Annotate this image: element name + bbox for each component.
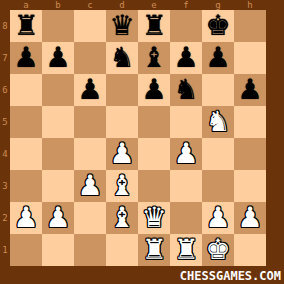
square-e1: ♜ [138,234,170,266]
rank-label-3: 3 [0,170,10,202]
square-e7: ♝ [138,42,170,74]
piece-white-rook-f1: ♜ [173,234,198,266]
square-h3 [234,170,266,202]
square-d7: ♞ [106,42,138,74]
file-label-h: h [234,0,266,10]
piece-black-pawn-e6: ♟ [141,74,166,106]
piece-black-pawn-f7: ♟ [173,42,198,74]
piece-black-pawn-g7: ♟ [205,42,230,74]
piece-white-pawn-f4: ♟ [173,138,198,170]
square-h7 [234,42,266,74]
square-g2: ♟ [202,202,234,234]
square-f4: ♟ [170,138,202,170]
square-c3: ♟ [74,170,106,202]
piece-white-pawn-h2: ♟ [237,202,262,234]
square-c4 [74,138,106,170]
square-b1 [42,234,74,266]
file-label-c: c [74,0,106,10]
file-label-g: g [202,0,234,10]
square-e2: ♛ [138,202,170,234]
piece-black-bishop-e7: ♝ [141,42,166,74]
file-label-f: f [170,0,202,10]
square-e8: ♜ [138,10,170,42]
file-label-b: b [42,0,74,10]
square-b4 [42,138,74,170]
piece-white-king-g1: ♚ [205,234,230,266]
square-f6: ♞ [170,74,202,106]
piece-black-pawn-b7: ♟ [45,42,70,74]
piece-white-pawn-b2: ♟ [45,202,70,234]
site-watermark: CHESSGAMES.COM [180,270,281,282]
piece-black-pawn-a7: ♟ [13,42,38,74]
square-b6 [42,74,74,106]
square-h2: ♟ [234,202,266,234]
piece-white-pawn-a2: ♟ [13,202,38,234]
piece-white-pawn-c3: ♟ [77,170,102,202]
square-c6: ♟ [74,74,106,106]
square-h5 [234,106,266,138]
square-h6: ♟ [234,74,266,106]
piece-black-queen-d8: ♛ [109,10,134,42]
square-c2 [74,202,106,234]
piece-white-queen-e2: ♛ [141,202,166,234]
rank-label-5: 5 [0,106,10,138]
rank-label-8: 8 [0,10,10,42]
square-g4 [202,138,234,170]
piece-black-rook-e8: ♜ [141,10,166,42]
square-d2: ♝ [106,202,138,234]
piece-black-pawn-c6: ♟ [77,74,102,106]
piece-black-knight-d7: ♞ [109,42,134,74]
square-h1 [234,234,266,266]
square-f3 [170,170,202,202]
piece-white-rook-e1: ♜ [141,234,166,266]
square-h8 [234,10,266,42]
square-f5 [170,106,202,138]
piece-white-pawn-d4: ♟ [109,138,134,170]
square-a1 [10,234,42,266]
square-b5 [42,106,74,138]
square-b8 [42,10,74,42]
file-labels-row: abcdefgh [10,0,266,10]
chess-diagram: abcdefgh 87654321 ♜♛♜♚♟♟♞♝♟♟♟♟♞♟♞♟♟♟♝♟♟♝… [0,0,284,284]
square-a5 [10,106,42,138]
square-d6 [106,74,138,106]
square-g1: ♚ [202,234,234,266]
piece-black-king-g8: ♚ [205,10,230,42]
square-b2: ♟ [42,202,74,234]
square-a4 [10,138,42,170]
square-f1: ♜ [170,234,202,266]
square-e4 [138,138,170,170]
square-a7: ♟ [10,42,42,74]
piece-black-rook-a8: ♜ [13,10,38,42]
piece-white-knight-g5: ♞ [205,106,230,138]
square-d1 [106,234,138,266]
piece-black-pawn-h6: ♟ [237,74,262,106]
square-d8: ♛ [106,10,138,42]
square-g6 [202,74,234,106]
square-a6 [10,74,42,106]
file-label-e: e [138,0,170,10]
piece-black-knight-f6: ♞ [173,74,198,106]
square-d3: ♝ [106,170,138,202]
square-a2: ♟ [10,202,42,234]
rank-label-6: 6 [0,74,10,106]
rank-label-2: 2 [0,202,10,234]
square-c7 [74,42,106,74]
rank-label-7: 7 [0,42,10,74]
square-a3 [10,170,42,202]
square-c1 [74,234,106,266]
square-e6: ♟ [138,74,170,106]
square-f7: ♟ [170,42,202,74]
square-e3 [138,170,170,202]
square-c8 [74,10,106,42]
square-b7: ♟ [42,42,74,74]
square-e5 [138,106,170,138]
square-f2 [170,202,202,234]
square-c5 [74,106,106,138]
square-g7: ♟ [202,42,234,74]
square-g3 [202,170,234,202]
piece-white-pawn-g2: ♟ [205,202,230,234]
square-f8 [170,10,202,42]
file-label-a: a [10,0,42,10]
rank-label-4: 4 [0,138,10,170]
square-d4: ♟ [106,138,138,170]
piece-white-bishop-d3: ♝ [109,170,134,202]
rank-label-1: 1 [0,234,10,266]
square-b3 [42,170,74,202]
square-g5: ♞ [202,106,234,138]
square-g8: ♚ [202,10,234,42]
square-a8: ♜ [10,10,42,42]
rank-labels-column: 87654321 [0,10,10,266]
piece-white-bishop-d2: ♝ [109,202,134,234]
square-d5 [106,106,138,138]
file-label-d: d [106,0,138,10]
square-h4 [234,138,266,170]
chess-board: ♜♛♜♚♟♟♞♝♟♟♟♟♞♟♞♟♟♟♝♟♟♝♛♟♟♜♜♚ [10,10,266,266]
